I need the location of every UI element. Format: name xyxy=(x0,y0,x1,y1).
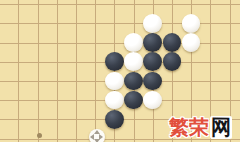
stone-white[interactable] xyxy=(143,91,162,110)
grid-vline xyxy=(57,0,58,142)
grid-hline xyxy=(0,4,240,5)
stone-black[interactable] xyxy=(105,52,124,71)
stone-white[interactable] xyxy=(124,52,143,71)
grid-hline xyxy=(0,43,240,44)
stone-black[interactable] xyxy=(124,72,143,91)
stone-black[interactable] xyxy=(163,52,182,71)
stone-white[interactable] xyxy=(105,72,124,91)
stone-white[interactable] xyxy=(105,91,124,110)
stone-black[interactable] xyxy=(143,52,162,71)
grid-vline xyxy=(95,0,96,142)
watermark-red-text: 繁荣 xyxy=(169,115,209,139)
grid-vline xyxy=(76,0,77,142)
stone-black[interactable] xyxy=(124,91,143,110)
grid-vline xyxy=(18,0,19,142)
placement-cursor-icon[interactable] xyxy=(89,129,105,143)
stone-white[interactable] xyxy=(143,14,162,33)
stone-white[interactable] xyxy=(182,33,201,52)
watermark: 繁荣网 xyxy=(169,116,232,139)
cursor-arrow-right-icon xyxy=(99,134,103,140)
stone-black[interactable] xyxy=(143,33,162,52)
stone-black[interactable] xyxy=(105,110,124,129)
watermark-boxed-text: 网 xyxy=(210,116,232,139)
stone-white[interactable] xyxy=(182,14,201,33)
stone-black[interactable] xyxy=(143,72,162,91)
grid-hline xyxy=(0,23,240,24)
stone-black[interactable] xyxy=(163,33,182,52)
stone-white[interactable] xyxy=(124,33,143,52)
grid-vline xyxy=(38,0,39,142)
star-point-marker xyxy=(37,133,42,138)
gomoku-board[interactable]: 繁荣网 xyxy=(0,0,240,142)
cursor-arrow-left-icon xyxy=(90,134,94,140)
